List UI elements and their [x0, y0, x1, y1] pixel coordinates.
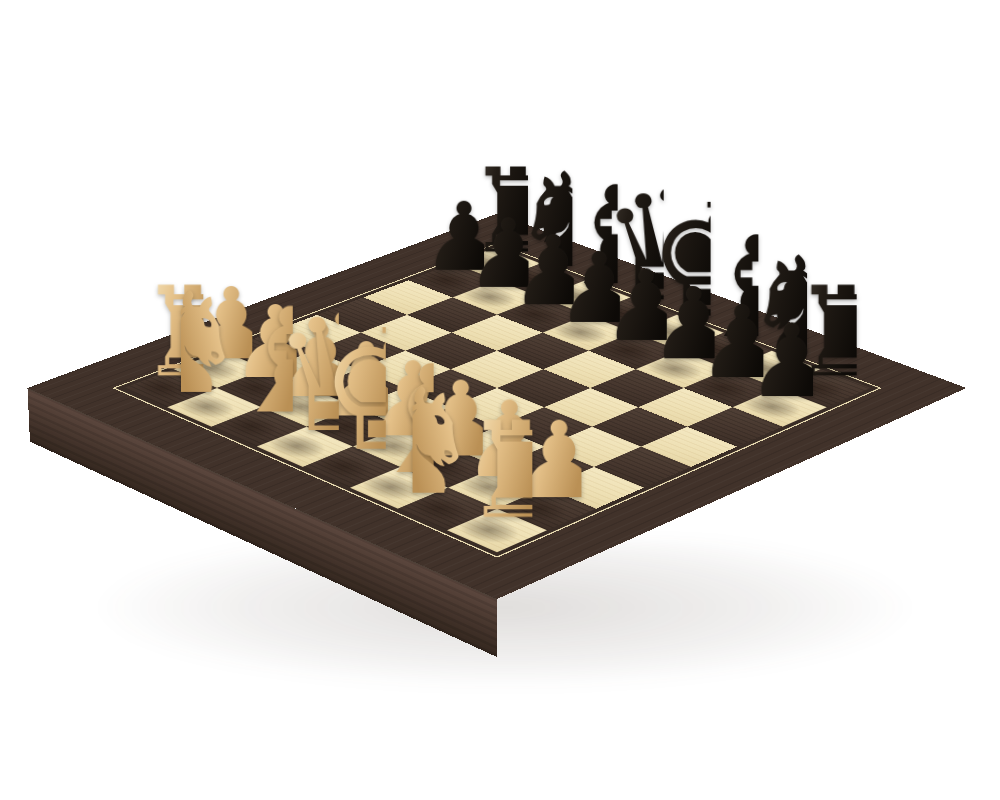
board-frame: ♜♞♝♛♚♝♞♜♟♟♟♟♟♟♟♟♟♟♟♟♟♟♟♟♜♞♝♛♚♝♞♜: [27, 214, 966, 599]
chess-board: ♜♞♝♛♚♝♞♜♟♟♟♟♟♟♟♟♟♟♟♟♟♟♟♟♜♞♝♛♚♝♞♜: [27, 214, 966, 599]
piece-black-bishop-f8: ♝: [694, 218, 759, 357]
square-h4: [594, 447, 691, 488]
product-photo-scene: ♜♞♝♛♚♝♞♜♟♟♟♟♟♟♟♟♟♟♟♟♟♟♟♟♜♞♝♛♚♝♞♜: [0, 0, 1000, 800]
perspective-scene: ♜♞♝♛♚♝♞♜♟♟♟♟♟♟♟♟♟♟♟♟♟♟♟♟♜♞♝♛♚♝♞♜: [0, 0, 1000, 800]
square-d3: [356, 388, 450, 427]
